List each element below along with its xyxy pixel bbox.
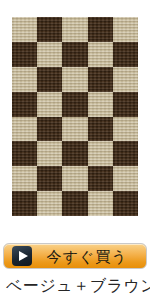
play-triangle-icon [19, 251, 28, 261]
rug-cell-beige [62, 117, 87, 142]
rug-cell-beige [62, 166, 87, 191]
variant-label: ベージュ＋ブラウン [6, 275, 146, 296]
buy-now-button[interactable]: 今すぐ買う [3, 243, 147, 269]
rug-cell-brown [37, 67, 62, 92]
rug-cell-brown [88, 166, 113, 191]
rug-cell-beige [113, 67, 138, 92]
rug-cell-beige [12, 67, 37, 92]
rug-cell-beige [12, 17, 37, 42]
rug-cell-beige [113, 166, 138, 191]
rug-cell-brown [62, 42, 87, 67]
rug-cell-beige [12, 117, 37, 142]
rug-cell-brown [88, 67, 113, 92]
rug-cell-brown [113, 191, 138, 216]
rug-cell-brown [37, 166, 62, 191]
rug-cell-brown [113, 42, 138, 67]
product-card: 今すぐ買う ベージュ＋ブラウン [0, 0, 150, 300]
rug-cell-beige [37, 92, 62, 117]
rug-cell-brown [37, 117, 62, 142]
rug-cell-beige [37, 141, 62, 166]
rug-cell-brown [37, 17, 62, 42]
rug-cell-brown [88, 117, 113, 142]
rug-cell-brown [62, 92, 87, 117]
rug-cell-beige [37, 42, 62, 67]
rug-cell-brown [12, 42, 37, 67]
rug-cell-beige [62, 67, 87, 92]
rug-cell-beige [88, 92, 113, 117]
rug-cell-beige [37, 191, 62, 216]
rug-cell-brown [113, 92, 138, 117]
rug-cell-beige [88, 141, 113, 166]
rug-cell-beige [113, 117, 138, 142]
rug-cell-beige [62, 17, 87, 42]
rug-cell-beige [88, 42, 113, 67]
rug-cell-beige [113, 17, 138, 42]
rug-cell-brown [113, 141, 138, 166]
rug-cell-brown [62, 141, 87, 166]
play-icon [12, 246, 32, 266]
rug-cell-brown [12, 191, 37, 216]
rug-board [12, 17, 138, 216]
rug-cell-beige [12, 166, 37, 191]
rug-cell-brown [62, 191, 87, 216]
rug-cell-brown [12, 92, 37, 117]
rug-cell-beige [88, 191, 113, 216]
rug-cell-brown [12, 141, 37, 166]
rug-cell-brown [88, 17, 113, 42]
buy-now-label: 今すぐ買う [32, 249, 146, 264]
